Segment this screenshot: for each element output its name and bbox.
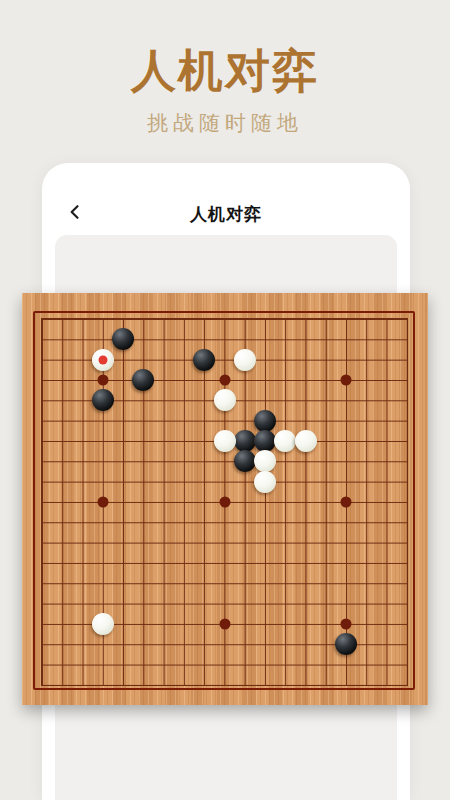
black-stone — [335, 633, 357, 655]
star-point — [219, 619, 230, 630]
white-stone — [234, 349, 256, 371]
white-stone — [92, 613, 114, 635]
hero-section: 人机对弈 挑战随时随地 — [0, 0, 450, 137]
star-point — [219, 497, 230, 508]
white-stone — [274, 430, 296, 452]
star-point — [341, 375, 352, 386]
star-point — [97, 375, 108, 386]
star-point — [341, 497, 352, 508]
black-stone — [254, 430, 276, 452]
star-point — [97, 497, 108, 508]
page-title: 人机对弈 — [0, 0, 450, 98]
white-stone — [92, 349, 114, 371]
star-point — [219, 375, 230, 386]
black-stone — [234, 450, 256, 472]
black-stone — [132, 369, 154, 391]
last-move-marker — [98, 355, 107, 364]
board-grid[interactable] — [41, 318, 408, 686]
black-stone — [92, 389, 114, 411]
white-stone — [214, 389, 236, 411]
black-stone — [193, 349, 215, 371]
white-stone — [214, 430, 236, 452]
nav-bar: 人机对弈 — [42, 163, 410, 235]
white-stone — [254, 450, 276, 472]
black-stone — [254, 410, 276, 432]
page-subtitle: 挑战随时随地 — [0, 109, 450, 137]
star-point — [341, 619, 352, 630]
black-stone — [112, 328, 134, 350]
white-stone — [254, 471, 276, 493]
go-board[interactable] — [22, 293, 428, 705]
nav-title: 人机对弈 — [42, 203, 410, 226]
white-stone — [295, 430, 317, 452]
black-stone — [234, 430, 256, 452]
